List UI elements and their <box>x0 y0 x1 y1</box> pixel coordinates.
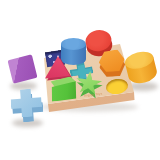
toy-photo-scene: Bigjigs Toys <box>0 0 160 160</box>
blue-cylinder-top <box>61 38 86 50</box>
purple-square-piece <box>7 54 37 83</box>
green-star-piece <box>73 69 105 101</box>
light-blue-cross-piece <box>10 88 45 124</box>
